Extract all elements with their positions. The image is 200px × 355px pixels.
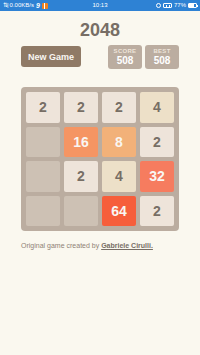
battery-percent: 77% [174, 0, 186, 11]
tile-32: 32 [140, 161, 174, 192]
credit-link[interactable]: Gabriele Cirulli. [101, 242, 153, 249]
tile-2: 2 [64, 161, 98, 192]
volte-icon [163, 3, 172, 8]
tile-2: 2 [26, 92, 60, 123]
clock: 10:13 [92, 0, 107, 11]
network-activity-icon: ⇅| [3, 0, 8, 11]
empty-cell [26, 196, 60, 227]
header-row: New Game SCORE 508 BEST 508 [21, 45, 179, 69]
score-box: SCORE 508 [108, 45, 142, 69]
tile-2: 2 [140, 127, 174, 158]
network-speed: 0.00KB/s [10, 0, 34, 11]
best-label: BEST [153, 48, 170, 54]
tile-64: 64 [102, 196, 136, 227]
tile-4: 4 [102, 161, 136, 192]
tile-16: 16 [64, 127, 98, 158]
notification-app-icon [42, 3, 48, 9]
credit-line: Original game created by Gabriele Cirull… [21, 242, 179, 249]
credit-text: Original game created by [21, 242, 101, 249]
tile-2: 2 [102, 92, 136, 123]
empty-cell [26, 161, 60, 192]
empty-cell [64, 196, 98, 227]
status-left: ⇅| 0.00KB/s 9 [3, 0, 48, 11]
tile-2: 2 [64, 92, 98, 123]
battery-icon [188, 3, 197, 8]
vpn-icon: 9 [36, 0, 40, 11]
empty-cell [26, 127, 60, 158]
new-game-button[interactable]: New Game [21, 46, 81, 67]
tile-2: 2 [140, 196, 174, 227]
alarm-icon [156, 3, 161, 8]
status-bar: ⇅| 0.00KB/s 9 10:13 77% [0, 0, 200, 11]
score-panel: SCORE 508 BEST 508 [108, 45, 179, 69]
status-right: 77% [156, 0, 197, 11]
score-value: 508 [117, 55, 134, 66]
page-title: 2048 [0, 20, 200, 41]
tile-8: 8 [102, 127, 136, 158]
best-value: 508 [154, 55, 171, 66]
tile-4: 4 [140, 92, 174, 123]
best-box: BEST 508 [145, 45, 179, 69]
board[interactable]: 222416822432642 [21, 87, 179, 231]
score-label: SCORE [114, 48, 137, 54]
